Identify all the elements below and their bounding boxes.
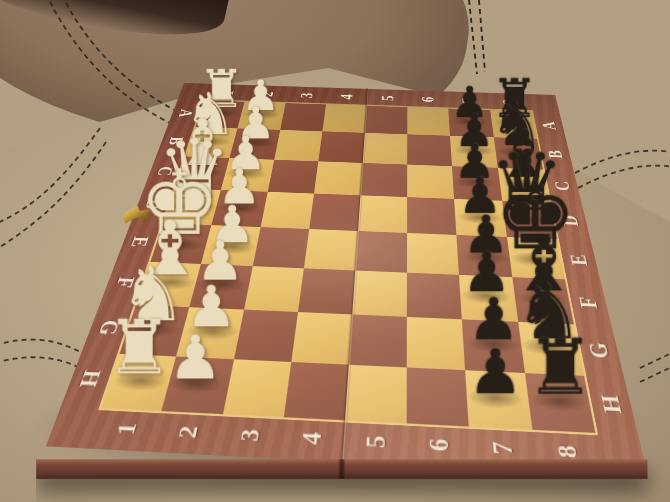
white-rook-glyph: ♜: [105, 311, 172, 386]
rank-label-top-3: 3: [298, 92, 315, 98]
black-rook-glyph: ♜: [526, 330, 595, 407]
rank-label-bottom-4: 4: [299, 432, 326, 446]
photo-scene: 1122334455667788AABBCCDDEEFFGGHH♜♞♝♛♚♝♞♜…: [0, 0, 670, 502]
rank-label-top-6: 6: [419, 96, 436, 102]
rank-label-top-5: 5: [379, 95, 396, 101]
black-pawn-glyph: ♟: [468, 342, 523, 404]
rank-label-top-4: 4: [339, 94, 356, 100]
white-pawn-glyph: ♟: [168, 328, 222, 389]
